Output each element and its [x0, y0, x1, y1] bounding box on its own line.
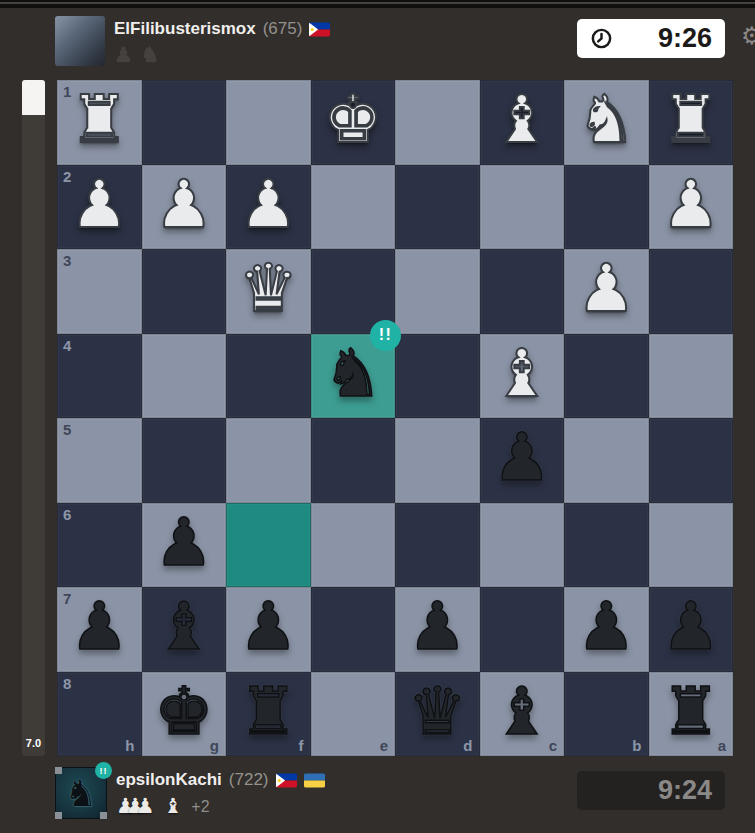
- square-a2[interactable]: ♟: [649, 165, 734, 250]
- square-e5[interactable]: [311, 418, 396, 503]
- square-a7[interactable]: ♟: [649, 587, 734, 672]
- square-e1[interactable]: ♚: [311, 80, 396, 165]
- square-d5[interactable]: [395, 418, 480, 503]
- bottom-player-bar: ♞ !! epsilonKachi (722) ♟♟♟♝+2: [55, 767, 325, 819]
- square-f6[interactable]: [226, 503, 311, 588]
- avatar-corner-mark: [100, 812, 107, 819]
- square-b7[interactable]: ♟: [564, 587, 649, 672]
- square-g3[interactable]: [142, 249, 227, 334]
- square-a3[interactable]: [649, 249, 734, 334]
- square-e6[interactable]: [311, 503, 396, 588]
- square-g6[interactable]: ♟: [142, 503, 227, 588]
- black-piece-p-g6[interactable]: ♟: [154, 510, 213, 576]
- captured-pieces-top: ♟♞: [114, 42, 330, 66]
- square-d1[interactable]: [395, 80, 480, 165]
- top-player-rating: (675): [263, 19, 303, 39]
- square-a6[interactable]: [649, 503, 734, 588]
- clock-icon: [590, 27, 613, 50]
- square-d4[interactable]: [395, 334, 480, 419]
- file-label: a: [718, 737, 726, 754]
- black-piece-r-a8[interactable]: ♜: [661, 679, 720, 745]
- black-piece-k-g8[interactable]: ♚: [154, 679, 213, 745]
- avatar-brilliant-badge: !!: [95, 762, 112, 779]
- top-player-avatar[interactable]: [55, 16, 105, 66]
- square-c6[interactable]: [480, 503, 565, 588]
- file-label: e: [380, 737, 388, 754]
- captured-knight-icon: ♞: [141, 44, 160, 66]
- square-f3[interactable]: ♛: [226, 249, 311, 334]
- square-d8[interactable]: d♛: [395, 672, 480, 757]
- white-piece-p-f2[interactable]: ♟: [239, 172, 298, 238]
- square-c2[interactable]: [480, 165, 565, 250]
- square-c5[interactable]: ♟: [480, 418, 565, 503]
- file-label: c: [549, 737, 557, 754]
- black-piece-p-d7[interactable]: ♟: [408, 594, 467, 660]
- square-d6[interactable]: [395, 503, 480, 588]
- settings-gear-icon[interactable]: ⚙: [741, 22, 755, 50]
- square-a8[interactable]: a♜: [649, 672, 734, 757]
- square-c8[interactable]: c♝: [480, 672, 565, 757]
- square-e4[interactable]: ♞!!: [311, 334, 396, 419]
- square-f4[interactable]: [226, 334, 311, 419]
- evaluation-score: 7.0: [22, 737, 45, 749]
- black-piece-p-b7[interactable]: ♟: [577, 594, 636, 660]
- square-f5[interactable]: [226, 418, 311, 503]
- rank-label: 8: [63, 675, 71, 692]
- white-piece-p-a2[interactable]: ♟: [661, 172, 720, 238]
- square-d7[interactable]: ♟: [395, 587, 480, 672]
- rank-label: 4: [63, 337, 71, 354]
- captured-pawn-icon: ♟: [114, 44, 133, 66]
- avatar-corner-mark: [55, 767, 62, 774]
- file-label: g: [210, 737, 219, 754]
- square-h2[interactable]: 2♟: [57, 165, 142, 250]
- square-a4[interactable]: [649, 334, 734, 419]
- captured-pawn-icon: ♟: [136, 795, 155, 817]
- rank-label: 7: [63, 590, 71, 607]
- top-player-name[interactable]: ElFilibusterismox: [114, 19, 256, 39]
- square-h3[interactable]: 3: [57, 249, 142, 334]
- square-e7[interactable]: [311, 587, 396, 672]
- square-g2[interactable]: ♟: [142, 165, 227, 250]
- square-h8[interactable]: 8h: [57, 672, 142, 757]
- square-f1[interactable]: [226, 80, 311, 165]
- square-b4[interactable]: [564, 334, 649, 419]
- square-g7[interactable]: ♝: [142, 587, 227, 672]
- captured-pieces-bottom: ♟♟♟♝+2: [116, 793, 325, 817]
- square-b8[interactable]: b: [564, 672, 649, 757]
- square-g1[interactable]: [142, 80, 227, 165]
- avatar-corner-mark: [55, 812, 62, 819]
- philippines-flag-icon: [276, 773, 297, 788]
- bottom-player-rating: (722): [229, 770, 269, 790]
- black-piece-n-e4[interactable]: ♞: [323, 341, 382, 407]
- white-piece-p-b3[interactable]: ♟: [577, 256, 636, 322]
- window-top-line: [0, 2, 755, 4]
- square-f2[interactable]: ♟: [226, 165, 311, 250]
- material-advantage: +2: [191, 798, 209, 817]
- square-f8[interactable]: f♜: [226, 672, 311, 757]
- square-g5[interactable]: [142, 418, 227, 503]
- file-label: f: [299, 737, 304, 754]
- rank-label: 6: [63, 506, 71, 523]
- black-piece-q-d8[interactable]: ♛: [408, 679, 467, 745]
- rank-label: 5: [63, 421, 71, 438]
- square-d2[interactable]: [395, 165, 480, 250]
- rank-label: 2: [63, 168, 71, 185]
- square-h6[interactable]: 6: [57, 503, 142, 588]
- black-piece-p-c5[interactable]: ♟: [492, 425, 551, 491]
- file-label: b: [632, 737, 641, 754]
- square-g8[interactable]: g♚: [142, 672, 227, 757]
- square-h5[interactable]: 5: [57, 418, 142, 503]
- black-piece-r-f8[interactable]: ♜: [239, 679, 298, 745]
- white-piece-r-h1[interactable]: ♜: [70, 87, 129, 153]
- top-player-clock: 9:26: [577, 19, 725, 58]
- white-piece-n-b1[interactable]: ♞: [577, 87, 636, 153]
- white-piece-r-a1[interactable]: ♜: [661, 87, 720, 153]
- brilliant-move-badge: !!: [370, 320, 401, 351]
- square-b1[interactable]: ♞: [564, 80, 649, 165]
- square-e8[interactable]: e: [311, 672, 396, 757]
- bottom-player-avatar[interactable]: ♞ !!: [55, 767, 107, 819]
- square-b2[interactable]: [564, 165, 649, 250]
- rank-label: 3: [63, 252, 71, 269]
- bottom-player-name[interactable]: epsilonKachi: [116, 770, 222, 790]
- square-b6[interactable]: [564, 503, 649, 588]
- white-piece-p-g2[interactable]: ♟: [154, 172, 213, 238]
- white-piece-p-h2[interactable]: ♟: [70, 172, 129, 238]
- square-c4[interactable]: ♝: [480, 334, 565, 419]
- bottom-clock-time: 9:24: [577, 775, 725, 806]
- file-label: h: [125, 737, 134, 754]
- square-a5[interactable]: [649, 418, 734, 503]
- square-h7[interactable]: 7♟: [57, 587, 142, 672]
- ukraine-flag-icon: [304, 773, 325, 788]
- square-g4[interactable]: [142, 334, 227, 419]
- square-e2[interactable]: [311, 165, 396, 250]
- square-a1[interactable]: ♜: [649, 80, 734, 165]
- black-piece-p-a7[interactable]: ♟: [661, 594, 720, 660]
- rank-label: 1: [63, 83, 71, 100]
- square-h1[interactable]: 1♜: [57, 80, 142, 165]
- black-piece-p-f7[interactable]: ♟: [239, 594, 298, 660]
- top-clock-time: 9:26: [613, 23, 725, 54]
- bottom-player-clock: 9:24: [577, 771, 725, 810]
- black-piece-b-g7[interactable]: ♝: [154, 594, 213, 660]
- white-piece-b-c4[interactable]: ♝: [492, 341, 551, 407]
- square-h4[interactable]: 4: [57, 334, 142, 419]
- square-c7[interactable]: [480, 587, 565, 672]
- square-c3[interactable]: [480, 249, 565, 334]
- square-c1[interactable]: ♝: [480, 80, 565, 165]
- black-piece-b-c8[interactable]: ♝: [492, 679, 551, 745]
- file-label: d: [463, 737, 472, 754]
- black-piece-p-h7[interactable]: ♟: [70, 594, 129, 660]
- square-d3[interactable]: [395, 249, 480, 334]
- white-piece-q-f3[interactable]: ♛: [239, 256, 298, 322]
- philippines-flag-icon: [309, 22, 330, 37]
- square-f7[interactable]: ♟: [226, 587, 311, 672]
- top-player-bar: ElFilibusterismox (675) ♟♞: [55, 16, 330, 66]
- square-b5[interactable]: [564, 418, 649, 503]
- white-piece-k-e1[interactable]: ♚: [323, 87, 382, 153]
- evaluation-bar: 7.0: [22, 80, 45, 756]
- white-piece-b-c1[interactable]: ♝: [492, 87, 551, 153]
- window-top-strip: [0, 0, 755, 8]
- square-b3[interactable]: ♟: [564, 249, 649, 334]
- avatar-knight-icon: ♞: [65, 773, 97, 814]
- captured-bishop-icon: ♝: [163, 795, 182, 817]
- chess-board[interactable]: 1♜♚♝♞♜2♟♟♟♟3♛♟4♞!!♝5♟6♟7♟♝♟♟♟♟8hg♚f♜ed♛c…: [57, 80, 733, 756]
- evaluation-white-portion: [22, 80, 45, 115]
